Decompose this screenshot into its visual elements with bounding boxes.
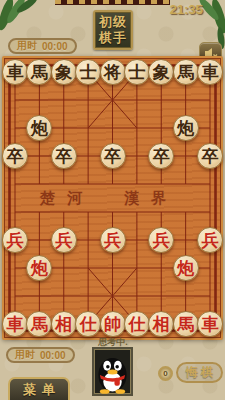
piece-black-将[interactable]: 将 xyxy=(100,59,126,85)
rank-badge: 初级 棋手 xyxy=(93,10,133,50)
piece-black-車[interactable]: 車 xyxy=(2,59,28,85)
undo-move-button[interactable]: 悔棋 xyxy=(176,362,223,383)
player-timer-label: 用时 xyxy=(15,348,35,362)
rank-badge-line2: 棋手 xyxy=(99,30,127,46)
piece-red-仕[interactable]: 仕 xyxy=(124,311,150,337)
piece-red-兵[interactable]: 兵 xyxy=(2,227,28,253)
piece-red-仕[interactable]: 仕 xyxy=(75,311,101,337)
menu-button[interactable]: 菜单 xyxy=(8,377,70,400)
undo-count-coin: 0 xyxy=(158,366,173,381)
piece-black-卒[interactable]: 卒 xyxy=(148,143,174,169)
piece-black-卒[interactable]: 卒 xyxy=(2,143,28,169)
piece-black-象[interactable]: 象 xyxy=(51,59,77,85)
piece-black-馬[interactable]: 馬 xyxy=(26,59,52,85)
player-avatar[interactable] xyxy=(92,347,133,396)
opponent-timer-value: 00:00 xyxy=(42,41,68,52)
xiangqi-board[interactable]: 楚河 漢界 車馬象士将士象馬車炮炮卒卒卒卒卒兵兵兵兵兵炮炮車馬相仕帥仕相馬車 xyxy=(2,56,223,340)
piece-black-卒[interactable]: 卒 xyxy=(51,143,77,169)
piece-black-卒[interactable]: 卒 xyxy=(197,143,223,169)
game-screen: 初级 棋手 21:35 用时 00:00 楚河 漢界 車馬象士将士象馬車炮炮卒卒… xyxy=(0,0,225,400)
piece-red-炮[interactable]: 炮 xyxy=(173,255,199,281)
piece-red-相[interactable]: 相 xyxy=(148,311,174,337)
piece-black-卒[interactable]: 卒 xyxy=(100,143,126,169)
piece-red-車[interactable]: 車 xyxy=(2,311,28,337)
rank-badge-line1: 初级 xyxy=(99,14,127,30)
piece-red-兵[interactable]: 兵 xyxy=(51,227,77,253)
piece-red-帥[interactable]: 帥 xyxy=(100,311,126,337)
piece-black-炮[interactable]: 炮 xyxy=(173,115,199,141)
piece-black-士[interactable]: 士 xyxy=(124,59,150,85)
qq-penguin-avatar xyxy=(95,352,130,394)
system-clock: 21:35 xyxy=(170,2,203,17)
player-timer: 用时 00:00 xyxy=(6,347,75,363)
piece-red-兵[interactable]: 兵 xyxy=(197,227,223,253)
player-timer-value: 00:00 xyxy=(40,350,66,361)
piece-black-士[interactable]: 士 xyxy=(75,59,101,85)
opponent-timer: 用时 00:00 xyxy=(8,38,77,54)
top-ornament-strip xyxy=(55,0,170,5)
piece-red-車[interactable]: 車 xyxy=(197,311,223,337)
piece-black-象[interactable]: 象 xyxy=(148,59,174,85)
piece-red-兵[interactable]: 兵 xyxy=(100,227,126,253)
piece-black-車[interactable]: 車 xyxy=(197,59,223,85)
piece-black-炮[interactable]: 炮 xyxy=(26,115,52,141)
piece-red-炮[interactable]: 炮 xyxy=(26,255,52,281)
opponent-timer-label: 用时 xyxy=(17,39,37,53)
piece-red-馬[interactable]: 馬 xyxy=(173,311,199,337)
piece-red-相[interactable]: 相 xyxy=(51,311,77,337)
undo-count: 0 xyxy=(163,369,167,378)
piece-red-馬[interactable]: 馬 xyxy=(26,311,52,337)
piece-layer[interactable]: 車馬象士将士象馬車炮炮卒卒卒卒卒兵兵兵兵兵炮炮車馬相仕帥仕相馬車 xyxy=(3,58,222,338)
piece-black-馬[interactable]: 馬 xyxy=(173,59,199,85)
piece-red-兵[interactable]: 兵 xyxy=(148,227,174,253)
